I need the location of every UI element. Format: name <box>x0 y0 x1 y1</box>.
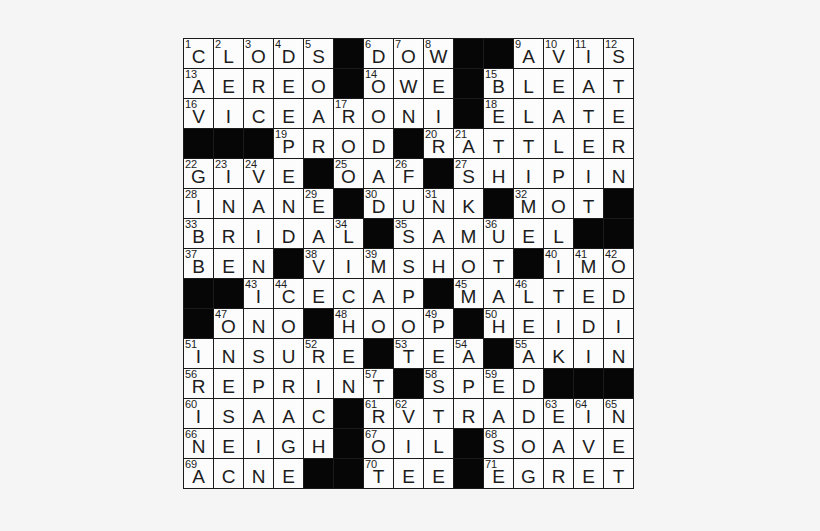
cell-r13c7: 61R <box>364 399 393 428</box>
cell-letter: E <box>214 369 243 398</box>
cell-r9c6: C <box>334 279 363 308</box>
cell-r8c14: 41M <box>574 249 603 278</box>
cell-r8c5: 38V <box>304 249 333 278</box>
black-cell-r12c8 <box>394 369 423 398</box>
cell-letter: T <box>424 399 453 428</box>
cell-r11c12: 55A <box>514 339 543 368</box>
cell-r8c8: S <box>394 249 423 278</box>
cell-r6c14: T <box>574 189 603 218</box>
cell-r7c9: A <box>424 219 453 248</box>
black-cell-r7c7 <box>364 219 393 248</box>
cell-r4c4: 19P <box>274 129 303 158</box>
cell-letter: M <box>574 249 603 278</box>
cell-r13c14: 64I <box>574 399 603 428</box>
cell-r9c3: 43I <box>244 279 273 308</box>
cell-letter: R <box>304 339 333 368</box>
cell-letter: L <box>544 219 573 248</box>
cell-r15c9: E <box>424 459 453 488</box>
cell-r13c15: 65N <box>604 399 633 428</box>
cell-letter: N <box>604 159 633 188</box>
cell-r2c4: E <box>274 69 303 98</box>
cell-letter: G <box>184 159 213 188</box>
cell-letter: S <box>244 339 273 368</box>
cell-letter: E <box>574 279 603 308</box>
cell-letter: E <box>574 459 603 488</box>
cell-r1c7: 6D <box>364 39 393 68</box>
cell-r4c6: O <box>334 129 363 158</box>
cell-letter: A <box>304 219 333 248</box>
cell-letter: T <box>604 459 633 488</box>
cell-letter: R <box>334 99 363 128</box>
black-cell-r12c14 <box>574 369 603 398</box>
cell-r7c2: R <box>214 219 243 248</box>
cell-r7c13: L <box>544 219 573 248</box>
cell-r13c12: D <box>514 399 543 428</box>
cell-r7c1: 33B <box>184 219 213 248</box>
black-cell-r10c5 <box>304 309 333 338</box>
cell-letter: O <box>394 309 423 338</box>
cell-letter: N <box>394 99 423 128</box>
cell-letter: I <box>604 309 633 338</box>
cell-r14c14: V <box>574 429 603 458</box>
cell-letter: A <box>184 69 213 98</box>
black-cell-r13c6 <box>334 399 363 428</box>
cell-letter: B <box>184 249 213 278</box>
cell-letter: L <box>214 39 243 68</box>
cell-r8c11: T <box>484 249 513 278</box>
cell-r14c4: G <box>274 429 303 458</box>
cell-letter: N <box>214 339 243 368</box>
cell-r11c13: K <box>544 339 573 368</box>
cell-r2c1: 13A <box>184 69 213 98</box>
black-cell-r10c10 <box>454 309 483 338</box>
cell-letter: A <box>244 399 273 428</box>
cell-r10c9: 49P <box>424 309 453 338</box>
cell-r1c1: 1C <box>184 39 213 68</box>
cell-letter: R <box>544 459 573 488</box>
black-cell-r11c7 <box>364 339 393 368</box>
black-cell-r11c11 <box>484 339 513 368</box>
cell-letter: S <box>214 399 243 428</box>
cell-r11c14: I <box>574 339 603 368</box>
black-cell-r2c6 <box>334 69 363 98</box>
cell-letter: E <box>424 459 453 488</box>
cell-letter: E <box>544 69 573 98</box>
cell-letter: C <box>334 279 363 308</box>
cell-letter: H <box>484 159 513 188</box>
cell-letter: H <box>334 309 363 338</box>
cell-r14c2: E <box>214 429 243 458</box>
cell-letter: T <box>364 369 393 398</box>
cell-r8c2: E <box>214 249 243 278</box>
cell-letter: T <box>364 459 393 488</box>
black-cell-r14c10 <box>454 429 483 458</box>
cell-r4c15: R <box>604 129 633 158</box>
cell-r9c15: D <box>604 279 633 308</box>
cell-r11c9: E <box>424 339 453 368</box>
cell-r5c1: 22G <box>184 159 213 188</box>
cell-letter: I <box>574 39 603 68</box>
cell-r4c11: T <box>484 129 513 158</box>
cell-r1c13: 10V <box>544 39 573 68</box>
cell-r13c1: 60I <box>184 399 213 428</box>
cell-r8c3: N <box>244 249 273 278</box>
cell-r7c3: I <box>244 219 273 248</box>
cell-r2c3: R <box>244 69 273 98</box>
cell-letter: M <box>514 189 543 218</box>
cell-r2c12: L <box>514 69 543 98</box>
cell-r5c8: 26F <box>394 159 423 188</box>
cell-r12c4: R <box>274 369 303 398</box>
cell-letter: K <box>544 339 573 368</box>
cell-letter: V <box>244 159 273 188</box>
cell-letter: E <box>484 459 513 488</box>
cell-r15c11: 71E <box>484 459 513 488</box>
cell-r2c13: E <box>544 69 573 98</box>
black-cell-r9c9 <box>424 279 453 308</box>
cell-r2c2: E <box>214 69 243 98</box>
cell-r13c10: R <box>454 399 483 428</box>
cell-r11c15: N <box>604 339 633 368</box>
cell-r10c7: O <box>364 309 393 338</box>
cell-letter: N <box>424 189 453 218</box>
cell-r9c12: 46L <box>514 279 543 308</box>
cell-letter: N <box>334 369 363 398</box>
cell-letter: A <box>484 279 513 308</box>
cell-r6c7: 30D <box>364 189 393 218</box>
cell-r8c6: I <box>334 249 363 278</box>
cell-r8c9: H <box>424 249 453 278</box>
cell-letter: P <box>274 129 303 158</box>
black-cell-r1c6 <box>334 39 363 68</box>
cell-r1c14: 11I <box>574 39 603 68</box>
cell-letter: I <box>184 189 213 218</box>
cell-r14c9: L <box>424 429 453 458</box>
cell-r7c4: D <box>274 219 303 248</box>
cell-r11c4: U <box>274 339 303 368</box>
cell-letter: O <box>334 159 363 188</box>
cell-letter: V <box>304 249 333 278</box>
cell-r11c10: 54A <box>454 339 483 368</box>
black-cell-r7c14 <box>574 219 603 248</box>
cell-letter: A <box>304 99 333 128</box>
cell-letter: R <box>214 219 243 248</box>
cell-letter: H <box>304 429 333 458</box>
cell-letter: E <box>424 69 453 98</box>
black-cell-r15c6 <box>334 459 363 488</box>
cell-r8c13: 40I <box>544 249 573 278</box>
cell-letter: S <box>304 39 333 68</box>
cell-letter: G <box>514 459 543 488</box>
cell-r10c13: I <box>544 309 573 338</box>
cell-letter: A <box>454 129 483 158</box>
cell-r13c5: C <box>304 399 333 428</box>
cell-r9c4: 44C <box>274 279 303 308</box>
cell-r1c9: 8W <box>424 39 453 68</box>
cell-letter: O <box>454 249 483 278</box>
cell-r10c15: I <box>604 309 633 338</box>
cell-letter: V <box>544 39 573 68</box>
cell-letter: W <box>424 39 453 68</box>
cell-letter: D <box>514 369 543 398</box>
cell-r5c4: E <box>274 159 303 188</box>
cell-r13c13: 63E <box>544 399 573 428</box>
cell-letter: S <box>484 429 513 458</box>
cell-letter: T <box>544 279 573 308</box>
cell-r12c3: P <box>244 369 273 398</box>
cell-r1c2: 2L <box>214 39 243 68</box>
cell-r12c1: 56R <box>184 369 213 398</box>
cell-letter: N <box>184 429 213 458</box>
cell-r12c7: 57T <box>364 369 393 398</box>
cell-letter: E <box>514 309 543 338</box>
cell-letter: A <box>484 399 513 428</box>
cell-letter: A <box>364 279 393 308</box>
black-cell-r8c4 <box>274 249 303 278</box>
cell-letter: T <box>514 129 543 158</box>
black-cell-r1c11 <box>484 39 513 68</box>
cell-letter: T <box>484 129 513 158</box>
cell-r6c13: O <box>544 189 573 218</box>
cell-r7c6: 34L <box>334 219 363 248</box>
cell-letter: I <box>184 399 213 428</box>
cell-r4c10: 21A <box>454 129 483 158</box>
cell-letter: T <box>484 249 513 278</box>
cell-r12c12: D <box>514 369 543 398</box>
black-cell-r6c11 <box>484 189 513 218</box>
cell-letter: O <box>214 309 243 338</box>
cell-letter: D <box>274 39 303 68</box>
cell-letter: V <box>394 399 423 428</box>
cell-r10c4: O <box>274 309 303 338</box>
cell-letter: G <box>274 429 303 458</box>
cell-r14c1: 66N <box>184 429 213 458</box>
cell-letter: S <box>454 159 483 188</box>
cell-letter: T <box>394 339 423 368</box>
cell-r4c14: E <box>574 129 603 158</box>
black-cell-r4c3 <box>244 129 273 158</box>
cell-r15c2: C <box>214 459 243 488</box>
cell-r9c10: 45M <box>454 279 483 308</box>
cell-r3c5: A <box>304 99 333 128</box>
cell-r15c8: E <box>394 459 423 488</box>
black-cell-r8c12 <box>514 249 543 278</box>
cell-letter: R <box>604 129 633 158</box>
cell-r1c4: 4D <box>274 39 303 68</box>
cell-letter: L <box>544 129 573 158</box>
cell-letter: O <box>334 129 363 158</box>
cell-r3c7: O <box>364 99 393 128</box>
cell-letter: R <box>184 369 213 398</box>
cell-r6c1: 28I <box>184 189 213 218</box>
cell-letter: P <box>424 309 453 338</box>
cell-letter: E <box>394 459 423 488</box>
cell-letter: E <box>214 249 243 278</box>
cell-letter: U <box>274 339 303 368</box>
cell-r3c8: N <box>394 99 423 128</box>
cell-letter: E <box>424 339 453 368</box>
cell-letter: R <box>364 399 393 428</box>
cell-letter: R <box>304 129 333 158</box>
cell-r9c8: P <box>394 279 423 308</box>
cell-r15c1: 69A <box>184 459 213 488</box>
black-cell-r1c10 <box>454 39 483 68</box>
cell-letter: M <box>454 279 483 308</box>
black-cell-r4c8 <box>394 129 423 158</box>
cell-r10c12: E <box>514 309 543 338</box>
cell-letter: I <box>574 159 603 188</box>
cell-letter: I <box>334 249 363 278</box>
cell-r1c12: 9A <box>514 39 543 68</box>
cell-r7c8: 35S <box>394 219 423 248</box>
cell-letter: C <box>274 279 303 308</box>
cell-r1c15: 12S <box>604 39 633 68</box>
cell-r4c12: T <box>514 129 543 158</box>
cell-r15c7: 70T <box>364 459 393 488</box>
cell-r11c2: N <box>214 339 243 368</box>
cell-r6c4: N <box>274 189 303 218</box>
cell-r14c13: A <box>544 429 573 458</box>
cell-letter: E <box>514 219 543 248</box>
cell-letter: I <box>214 99 243 128</box>
cell-letter: E <box>604 99 633 128</box>
cell-r12c2: E <box>214 369 243 398</box>
cell-r9c7: A <box>364 279 393 308</box>
cell-letter: U <box>484 219 513 248</box>
black-cell-r5c9 <box>424 159 453 188</box>
cell-letter: A <box>274 399 303 428</box>
cell-r6c12: 32M <box>514 189 543 218</box>
cell-r10c11: 50H <box>484 309 513 338</box>
black-cell-r12c15 <box>604 369 633 398</box>
cell-r3c14: T <box>574 99 603 128</box>
cell-r13c3: A <box>244 399 273 428</box>
cell-letter: K <box>454 189 483 218</box>
cell-r2c11: 15B <box>484 69 513 98</box>
cell-r8c10: O <box>454 249 483 278</box>
cell-letter: D <box>364 189 393 218</box>
cell-letter: A <box>544 99 573 128</box>
cell-r11c1: 51I <box>184 339 213 368</box>
cell-letter: A <box>364 159 393 188</box>
cell-letter: L <box>424 429 453 458</box>
cell-letter: S <box>424 369 453 398</box>
cell-r14c11: 68S <box>484 429 513 458</box>
cell-r8c1: 37B <box>184 249 213 278</box>
cell-r10c3: N <box>244 309 273 338</box>
cell-r12c5: I <box>304 369 333 398</box>
cell-letter: E <box>484 99 513 128</box>
cell-letter: I <box>544 309 573 338</box>
cell-r14c8: I <box>394 429 423 458</box>
black-cell-r2c10 <box>454 69 483 98</box>
cell-letter: T <box>604 69 633 98</box>
black-cell-r10c1 <box>184 309 213 338</box>
cell-letter: F <box>394 159 423 188</box>
cell-r13c9: T <box>424 399 453 428</box>
cell-letter: I <box>424 99 453 128</box>
cell-letter: M <box>454 219 483 248</box>
cell-letter: E <box>274 69 303 98</box>
cell-letter: E <box>274 99 303 128</box>
cell-letter: O <box>364 69 393 98</box>
cell-letter: E <box>214 69 243 98</box>
cell-letter: E <box>574 129 603 158</box>
cell-letter: H <box>424 249 453 278</box>
cell-r2c7: 14O <box>364 69 393 98</box>
cell-letter: S <box>394 249 423 278</box>
cell-letter: O <box>304 69 333 98</box>
cell-letter: V <box>184 99 213 128</box>
cell-letter: E <box>304 279 333 308</box>
cell-letter: I <box>394 429 423 458</box>
cell-r5c14: I <box>574 159 603 188</box>
cell-r12c10: P <box>454 369 483 398</box>
cell-letter: W <box>394 69 423 98</box>
cell-r3c4: E <box>274 99 303 128</box>
cell-r11c6: E <box>334 339 363 368</box>
cell-r10c14: D <box>574 309 603 338</box>
cell-r3c6: 17R <box>334 99 363 128</box>
cell-r10c8: O <box>394 309 423 338</box>
cell-r3c13: A <box>544 99 573 128</box>
cell-letter: N <box>604 339 633 368</box>
cell-r15c12: G <box>514 459 543 488</box>
cell-letter: O <box>364 309 393 338</box>
cell-letter: O <box>244 39 273 68</box>
black-cell-r3c10 <box>454 99 483 128</box>
cell-letter: I <box>214 159 243 188</box>
cell-letter: A <box>514 339 543 368</box>
cell-r3c12: L <box>514 99 543 128</box>
cell-r15c15: T <box>604 459 633 488</box>
cell-r13c4: A <box>274 399 303 428</box>
cell-r2c14: A <box>574 69 603 98</box>
cell-letter: O <box>364 429 393 458</box>
cell-r14c3: I <box>244 429 273 458</box>
cell-letter: A <box>244 189 273 218</box>
cell-letter: I <box>574 339 603 368</box>
cell-letter: E <box>334 339 363 368</box>
black-cell-r4c2 <box>214 129 243 158</box>
black-cell-r14c6 <box>334 429 363 458</box>
cell-r5c10: 27S <box>454 159 483 188</box>
cell-letter: M <box>364 249 393 278</box>
cell-r6c8: U <box>394 189 423 218</box>
cell-r5c2: 23I <box>214 159 243 188</box>
cell-letter: O <box>274 309 303 338</box>
cell-r7c10: M <box>454 219 483 248</box>
cell-r5c12: I <box>514 159 543 188</box>
cell-letter: D <box>574 309 603 338</box>
cell-r15c13: R <box>544 459 573 488</box>
cell-letter: U <box>394 189 423 218</box>
cell-r11c3: S <box>244 339 273 368</box>
cell-r13c8: 62V <box>394 399 423 428</box>
cell-r1c5: 5S <box>304 39 333 68</box>
cell-r9c11: A <box>484 279 513 308</box>
black-cell-r12c13 <box>544 369 573 398</box>
cell-letter: I <box>544 249 573 278</box>
cell-r9c5: E <box>304 279 333 308</box>
cell-letter: P <box>394 279 423 308</box>
cell-r2c8: W <box>394 69 423 98</box>
cell-r15c4: E <box>274 459 303 488</box>
black-cell-r9c1 <box>184 279 213 308</box>
cell-letter: O <box>604 249 633 278</box>
cell-letter: T <box>574 189 603 218</box>
cell-letter: O <box>394 39 423 68</box>
